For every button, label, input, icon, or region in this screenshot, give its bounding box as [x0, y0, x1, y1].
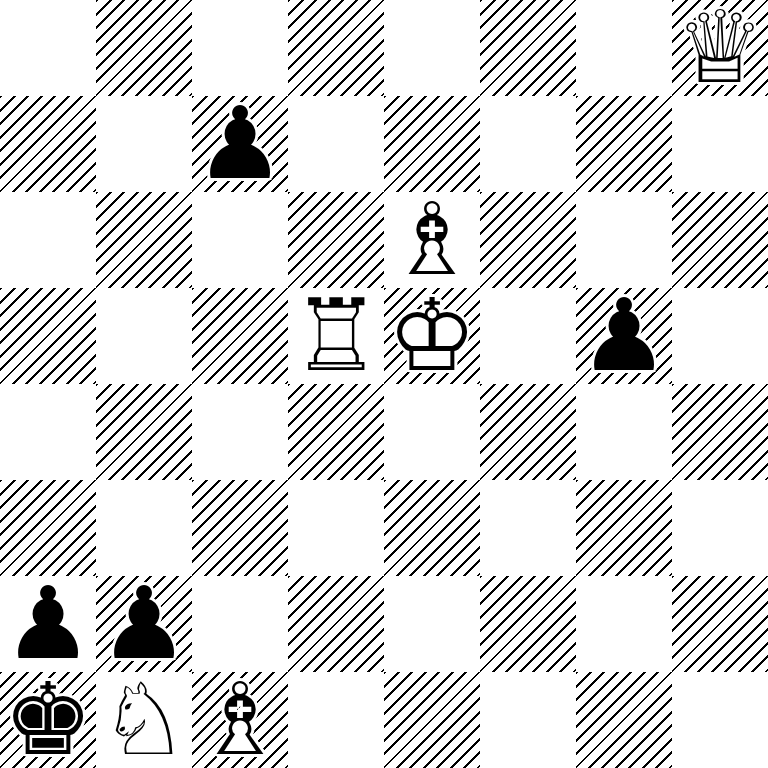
black-pawn-glyph: ♟ [0, 576, 96, 672]
square-f3[interactable] [480, 480, 576, 576]
white-knight-glyph: ♘ [96, 672, 192, 768]
square-b6[interactable] [96, 192, 192, 288]
square-e1[interactable] [384, 672, 480, 768]
square-c4[interactable] [192, 384, 288, 480]
black-pawn-glyph: ♟ [576, 288, 672, 384]
square-e8[interactable] [384, 0, 480, 96]
white-king-glyph: ♔ [384, 288, 480, 384]
square-a2[interactable]: ♟♟ [0, 576, 96, 672]
square-h7[interactable] [672, 96, 768, 192]
piece-black-pawn[interactable]: ♟♟ [0, 576, 96, 672]
square-c7[interactable]: ♟♟ [192, 96, 288, 192]
black-pawn-glyph: ♟ [192, 96, 288, 192]
square-c2[interactable] [192, 576, 288, 672]
square-b4[interactable] [96, 384, 192, 480]
piece-black-king[interactable]: ♚♚ [0, 672, 96, 768]
square-e7[interactable] [384, 96, 480, 192]
square-a7[interactable] [0, 96, 96, 192]
square-a4[interactable] [0, 384, 96, 480]
square-a6[interactable] [0, 192, 96, 288]
square-d7[interactable] [288, 96, 384, 192]
square-c3[interactable] [192, 480, 288, 576]
square-d8[interactable] [288, 0, 384, 96]
square-d5[interactable]: ♜♖ [288, 288, 384, 384]
square-h6[interactable] [672, 192, 768, 288]
square-e5[interactable]: ♚♔ [384, 288, 480, 384]
square-e2[interactable] [384, 576, 480, 672]
white-bishop-glyph: ♗ [192, 672, 288, 768]
square-a1[interactable]: ♚♚ [0, 672, 96, 768]
square-g4[interactable] [576, 384, 672, 480]
square-h8[interactable]: ♛♕ [672, 0, 768, 96]
white-rook-glyph: ♖ [288, 288, 384, 384]
square-e6[interactable]: ♝♗ [384, 192, 480, 288]
square-f5[interactable] [480, 288, 576, 384]
square-g3[interactable] [576, 480, 672, 576]
square-h4[interactable] [672, 384, 768, 480]
square-d3[interactable] [288, 480, 384, 576]
square-f1[interactable] [480, 672, 576, 768]
square-f8[interactable] [480, 0, 576, 96]
square-g2[interactable] [576, 576, 672, 672]
square-f7[interactable] [480, 96, 576, 192]
square-f4[interactable] [480, 384, 576, 480]
black-pawn-glyph: ♟ [96, 576, 192, 672]
piece-black-pawn[interactable]: ♟♟ [576, 288, 672, 384]
square-b8[interactable] [96, 0, 192, 96]
square-d1[interactable] [288, 672, 384, 768]
square-h2[interactable] [672, 576, 768, 672]
black-king-glyph: ♚ [0, 672, 96, 768]
square-g1[interactable] [576, 672, 672, 768]
piece-white-knight[interactable]: ♞♘ [96, 672, 192, 768]
square-g5[interactable]: ♟♟ [576, 288, 672, 384]
square-g6[interactable] [576, 192, 672, 288]
square-g7[interactable] [576, 96, 672, 192]
piece-black-pawn[interactable]: ♟♟ [96, 576, 192, 672]
square-h1[interactable] [672, 672, 768, 768]
piece-white-bishop[interactable]: ♝♗ [384, 192, 480, 288]
square-b3[interactable] [96, 480, 192, 576]
white-bishop-glyph: ♗ [384, 192, 480, 288]
square-d2[interactable] [288, 576, 384, 672]
square-b5[interactable] [96, 288, 192, 384]
square-e4[interactable] [384, 384, 480, 480]
square-c1[interactable]: ♝♗ [192, 672, 288, 768]
square-b7[interactable] [96, 96, 192, 192]
square-h5[interactable] [672, 288, 768, 384]
piece-black-pawn[interactable]: ♟♟ [192, 96, 288, 192]
piece-white-king[interactable]: ♚♔ [384, 288, 480, 384]
square-d4[interactable] [288, 384, 384, 480]
square-a5[interactable] [0, 288, 96, 384]
white-queen-glyph: ♕ [672, 0, 768, 96]
square-c8[interactable] [192, 0, 288, 96]
square-c5[interactable] [192, 288, 288, 384]
piece-white-rook[interactable]: ♜♖ [288, 288, 384, 384]
square-h3[interactable] [672, 480, 768, 576]
square-b1[interactable]: ♞♘ [96, 672, 192, 768]
square-a8[interactable] [0, 0, 96, 96]
piece-white-queen[interactable]: ♛♕ [672, 0, 768, 96]
square-c6[interactable] [192, 192, 288, 288]
square-f6[interactable] [480, 192, 576, 288]
piece-white-bishop[interactable]: ♝♗ [192, 672, 288, 768]
chess-board: ♛♕♟♟♝♗♜♖♚♔♟♟♟♟♟♟♚♚♞♘♝♗ [0, 0, 768, 768]
square-a3[interactable] [0, 480, 96, 576]
square-d6[interactable] [288, 192, 384, 288]
square-f2[interactable] [480, 576, 576, 672]
square-g8[interactable] [576, 0, 672, 96]
square-e3[interactable] [384, 480, 480, 576]
square-b2[interactable]: ♟♟ [96, 576, 192, 672]
